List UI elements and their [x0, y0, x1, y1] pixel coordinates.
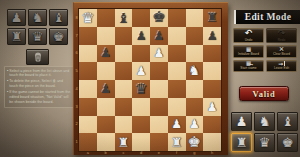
square-f8[interactable] [168, 9, 186, 27]
piece-white-rook: ♜ [171, 135, 183, 148]
instruction-text: If the game cannot be started from the e… [9, 90, 71, 104]
square-f2[interactable]: ♟ [168, 116, 186, 134]
square-e8[interactable]: ♚ [150, 9, 168, 27]
piece-black-bishop: ♝ [117, 10, 130, 24]
square-g4[interactable] [186, 80, 204, 98]
piece-black-pawn: ♟ [100, 82, 111, 94]
file-label-b: b [97, 150, 115, 155]
undo-icon: ↶ [245, 29, 253, 38]
rank-label-3: 3 [74, 98, 79, 116]
chess-board: ♛♝♚♜♟♟♟♟♟♟♞♟♛♟♟♟♜♜♚ abcdefgh 87654321 [73, 2, 228, 155]
rank-label-4: 4 [74, 80, 79, 98]
square-a7[interactable] [79, 27, 97, 45]
start-game-icon: ▦→ [246, 61, 251, 67]
white-bishop-icon: ♝ [282, 115, 294, 128]
square-c4[interactable] [115, 80, 133, 98]
square-d8[interactable] [132, 9, 150, 27]
square-b7[interactable] [97, 27, 115, 45]
square-g1[interactable]: ♚ [186, 133, 204, 151]
undo-button[interactable]: ↶Undo [233, 28, 264, 43]
square-g6[interactable] [186, 45, 204, 63]
piece-white-pawn: ♟ [171, 118, 182, 130]
square-h8[interactable]: ♜ [203, 9, 221, 27]
square-h4[interactable] [203, 80, 221, 98]
square-h2[interactable] [203, 116, 221, 134]
piece-white-queen: ♛ [81, 10, 94, 25]
leave-edit-label: Leave Edit [274, 67, 289, 70]
edit-mode-title: Edit Mode [234, 10, 300, 24]
square-b3[interactable] [97, 98, 115, 116]
instruction-3: •If the game cannot be started from the … [7, 90, 71, 104]
start-game-button[interactable]: ▦→Start Game [233, 60, 264, 72]
square-g3[interactable] [186, 98, 204, 116]
square-c1[interactable]: ♜ [115, 133, 133, 151]
square-a3[interactable] [79, 98, 97, 116]
square-f6[interactable] [168, 45, 186, 63]
piece-black-pawn: ♟ [136, 29, 147, 41]
validity-label: Valid [252, 89, 275, 99]
undo-label: Undo [245, 39, 253, 42]
square-b6[interactable]: ♟ [97, 45, 115, 63]
rank-label-2: 2 [74, 116, 79, 134]
initialize-board-label: Initialize Board [238, 53, 259, 56]
square-a4[interactable] [79, 80, 97, 98]
white-rook-icon: ♜ [236, 136, 248, 149]
white-king-icon: ♚ [282, 136, 294, 149]
square-c6[interactable] [115, 45, 133, 63]
square-e7[interactable]: ♟ [150, 27, 168, 45]
piece-black-king: ♚ [152, 10, 165, 25]
palette-white-queen[interactable]: ♛ [254, 133, 275, 152]
square-a6[interactable] [79, 45, 97, 63]
square-d7[interactable]: ♟ [132, 27, 150, 45]
instruction-1: •Select a piece from the list above and … [7, 69, 71, 78]
square-d4[interactable]: ♛ [132, 80, 150, 98]
piece-white-rook: ♜ [118, 135, 130, 148]
white-queen-icon: ♛ [259, 136, 271, 149]
start-game-label: Start Game [240, 67, 256, 70]
square-e6[interactable]: ♟ [150, 45, 168, 63]
piece-white-pawn: ♟ [153, 47, 164, 59]
square-d1[interactable] [132, 133, 150, 151]
square-b5[interactable] [97, 62, 115, 80]
palette-white-pawn[interactable]: ♟ [231, 112, 252, 131]
initialize-board-button[interactable]: ▦Initialize Board [233, 45, 264, 58]
square-g5[interactable]: ♞ [186, 62, 204, 80]
start-arrow-icon: → [250, 63, 253, 67]
leave-edit-button[interactable]: →Leave Edit [266, 60, 297, 72]
rank-label-1: 1 [74, 133, 79, 151]
edit-instructions: •Select a piece from the list above and … [4, 66, 74, 108]
delete-piece-button[interactable] [26, 49, 49, 65]
rank-label-6: 6 [74, 45, 79, 63]
square-c5[interactable] [115, 62, 133, 80]
palette-white-bishop[interactable]: ♝ [277, 112, 298, 131]
square-f3[interactable] [168, 98, 186, 116]
square-d6[interactable] [132, 45, 150, 63]
square-d2[interactable] [132, 116, 150, 134]
rank-labels: 87654321 [74, 9, 79, 151]
rank-label-7: 7 [74, 27, 79, 45]
file-labels: abcdefgh [79, 150, 221, 155]
white-piece-palette: ♟♞♝♜♛♚ [231, 112, 298, 152]
redo-button[interactable]: ↷Redo [266, 28, 297, 43]
piece-black-rook: ♜ [206, 11, 218, 24]
palette-black-bishop[interactable]: ♝ [49, 9, 68, 26]
palette-white-rook[interactable]: ♜ [231, 133, 252, 152]
square-c3[interactable] [115, 98, 133, 116]
rank-label-8: 8 [74, 9, 79, 27]
square-f7[interactable] [168, 27, 186, 45]
file-label-e: e [150, 150, 168, 155]
square-b2[interactable] [97, 116, 115, 134]
black-pawn-icon: ♟ [11, 11, 23, 24]
piece-black-pawn: ♟ [100, 47, 111, 59]
square-h6[interactable] [203, 45, 221, 63]
square-h5[interactable] [203, 62, 221, 80]
piece-black-queen: ♛ [135, 81, 148, 96]
square-c8[interactable]: ♝ [115, 9, 133, 27]
square-f5[interactable] [168, 62, 186, 80]
black-king-icon: ♚ [53, 30, 65, 43]
palette-white-king[interactable]: ♚ [277, 133, 298, 152]
piece-black-pawn: ♟ [207, 29, 218, 41]
black-bishop-icon: ♝ [53, 11, 65, 24]
file-label-d: d [132, 150, 150, 155]
square-a2[interactable] [79, 116, 97, 134]
square-e1[interactable] [150, 133, 168, 151]
edit-mode-title-text: Edit Mode [245, 12, 292, 22]
square-e4[interactable] [150, 80, 168, 98]
square-c7[interactable] [115, 27, 133, 45]
palette-black-pawn[interactable]: ♟ [7, 9, 26, 26]
square-b8[interactable] [97, 9, 115, 27]
file-label-f: f [168, 150, 186, 155]
piece-white-pawn: ♟ [207, 100, 218, 112]
square-h3[interactable]: ♟ [203, 98, 221, 116]
black-knight-icon: ♞ [32, 11, 44, 24]
square-h1[interactable] [203, 133, 221, 151]
file-label-h: h [203, 150, 221, 155]
square-g8[interactable] [186, 9, 204, 27]
instruction-text: To delete the piece, Select 🗑 and touch … [9, 79, 71, 88]
square-g2[interactable]: ♟ [186, 116, 204, 134]
palette-black-rook[interactable]: ♜ [7, 28, 26, 45]
square-f4[interactable] [168, 80, 186, 98]
palette-black-queen[interactable]: ♛ [28, 28, 47, 45]
square-g7[interactable] [186, 27, 204, 45]
chess-edit-mode-screen: ♟♞♝♜♛♚ •Select a piece from the list abo… [0, 0, 300, 157]
palette-black-king[interactable]: ♚ [49, 28, 68, 45]
square-d5[interactable]: ♟ [132, 62, 150, 80]
redo-icon: ↷ [278, 29, 286, 38]
redo-label: Redo [278, 39, 286, 42]
palette-white-knight[interactable]: ♞ [254, 112, 275, 131]
square-a5[interactable] [79, 62, 97, 80]
square-h7[interactable]: ♟ [203, 27, 221, 45]
square-b4[interactable]: ♟ [97, 80, 115, 98]
piece-black-pawn: ♟ [153, 29, 164, 41]
square-c2[interactable] [115, 116, 133, 134]
position-validity-badge: Valid [239, 86, 289, 101]
black-piece-palette: ♟♞♝♜♛♚ [7, 9, 68, 45]
instruction-2: •To delete the piece, Select 🗑 and touch… [7, 79, 71, 88]
rank-label-5: 5 [74, 62, 79, 80]
piece-white-pawn: ♟ [189, 118, 200, 130]
file-label-g: g [186, 150, 204, 155]
square-e2[interactable] [150, 116, 168, 134]
edit-action-buttons: ↶Undo↷Redo▦Initialize Board×Clear Board▦… [233, 28, 297, 71]
clear-board-button[interactable]: ×Clear Board [266, 45, 297, 58]
black-rook-icon: ♜ [11, 30, 23, 43]
square-a8[interactable]: ♛ [79, 9, 97, 27]
trash-icon [34, 52, 42, 62]
square-e3[interactable] [150, 98, 168, 116]
clear-board-label: Clear Board [273, 53, 290, 56]
square-d3[interactable] [132, 98, 150, 116]
square-a1[interactable] [79, 133, 97, 151]
square-b1[interactable] [97, 133, 115, 151]
square-e5[interactable] [150, 62, 168, 80]
palette-black-knight[interactable]: ♞ [28, 9, 47, 26]
piece-white-knight: ♞ [188, 64, 200, 78]
white-knight-icon: ♞ [259, 115, 271, 128]
piece-white-king: ♚ [188, 134, 201, 149]
instruction-text: Select a piece from the list above and t… [9, 69, 71, 78]
black-queen-icon: ♛ [32, 30, 44, 43]
board-squares: ♛♝♚♜♟♟♟♟♟♟♞♟♛♟♟♟♜♜♚ [79, 9, 221, 151]
piece-white-pawn: ♟ [136, 65, 147, 77]
square-f1[interactable]: ♜ [168, 133, 186, 151]
file-label-c: c [115, 150, 133, 155]
white-pawn-icon: ♟ [236, 115, 248, 128]
file-label-a: a [79, 150, 97, 155]
